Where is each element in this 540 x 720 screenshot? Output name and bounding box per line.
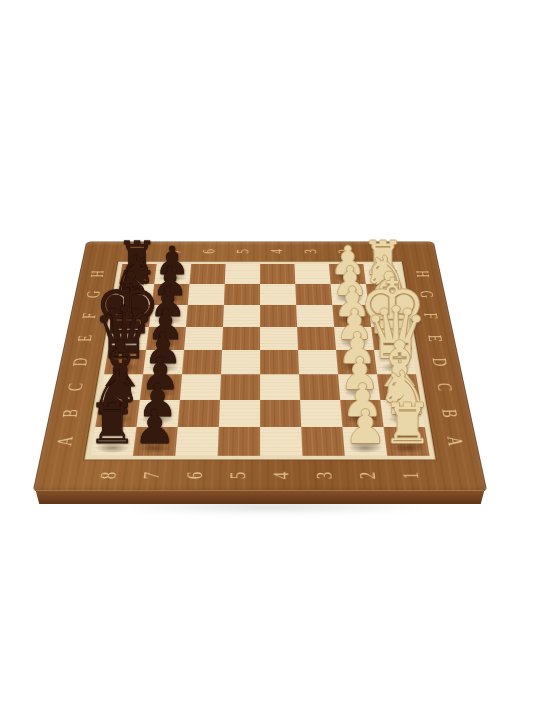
square-g1[interactable] (366, 284, 405, 305)
square-e2[interactable] (334, 327, 374, 350)
rank-label-far-4: 4 (267, 246, 287, 257)
file-label-right-g: G (415, 288, 438, 300)
square-e6[interactable] (184, 327, 223, 350)
square-d3[interactable] (298, 350, 338, 374)
square-d1[interactable] (374, 350, 416, 374)
square-e3[interactable] (297, 327, 336, 350)
chessboard: HGFEDCBAHGFEDCBA8765432187654321 (33, 242, 488, 492)
square-a1[interactable] (384, 427, 430, 456)
square-f2[interactable] (332, 305, 371, 327)
rank-label-near-8: 8 (95, 467, 123, 485)
file-label-right-c: C (431, 380, 457, 395)
square-h4[interactable] (260, 264, 295, 284)
square-h2[interactable] (329, 264, 366, 284)
square-h5[interactable] (225, 264, 260, 284)
square-c7[interactable] (140, 374, 182, 400)
square-f1[interactable] (368, 305, 408, 327)
square-f3[interactable] (296, 305, 334, 327)
rank-label-far-8: 8 (131, 246, 152, 257)
square-f8[interactable] (112, 305, 152, 327)
file-label-left-f: F (78, 309, 102, 322)
rank-label-near-2: 2 (355, 467, 382, 485)
square-f7[interactable] (149, 305, 188, 327)
file-label-right-d: D (427, 355, 452, 369)
file-label-right-h: H (411, 268, 433, 280)
rank-label-near-4: 4 (269, 467, 294, 485)
rank-label-far-2: 2 (334, 246, 355, 257)
square-f5[interactable] (223, 305, 260, 327)
square-c8[interactable] (100, 374, 143, 400)
square-h6[interactable] (189, 264, 225, 284)
square-c3[interactable] (299, 374, 340, 400)
square-b5[interactable] (219, 400, 260, 427)
file-label-left-c: C (63, 380, 89, 395)
square-d2[interactable] (336, 350, 377, 374)
file-label-left-h: H (86, 268, 108, 280)
square-g7[interactable] (152, 284, 190, 305)
square-b2[interactable] (340, 400, 383, 427)
chess-set-photo: HGFEDCBAHGFEDCBA8765432187654321 ♜♟♟♜♞♟♟… (0, 0, 540, 720)
square-b3[interactable] (300, 400, 342, 427)
square-e1[interactable] (371, 327, 412, 350)
square-g4[interactable] (260, 284, 296, 305)
chessboard-scene: HGFEDCBAHGFEDCBA8765432187654321 (0, 0, 540, 720)
file-label-left-b: B (57, 406, 84, 422)
file-label-right-e: E (423, 332, 447, 345)
square-d5[interactable] (221, 350, 260, 374)
square-c4[interactable] (260, 374, 300, 400)
rank-label-far-6: 6 (199, 246, 219, 257)
square-h3[interactable] (294, 264, 330, 284)
board-side-edge (31, 490, 489, 504)
file-label-left-g: G (82, 288, 105, 300)
rank-label-near-3: 3 (312, 467, 338, 485)
file-label-right-f: F (419, 309, 443, 322)
square-a7[interactable] (133, 427, 178, 456)
square-d6[interactable] (182, 350, 222, 374)
square-f4[interactable] (260, 305, 297, 327)
square-g5[interactable] (224, 284, 260, 305)
square-g6[interactable] (188, 284, 225, 305)
file-label-left-d: D (68, 355, 93, 369)
square-b7[interactable] (136, 400, 179, 427)
square-g8[interactable] (115, 284, 154, 305)
square-b8[interactable] (95, 400, 140, 427)
rank-label-far-1: 1 (368, 246, 389, 257)
square-g3[interactable] (295, 284, 332, 305)
square-c6[interactable] (180, 374, 221, 400)
rank-label-far-5: 5 (233, 246, 253, 257)
square-g2[interactable] (331, 284, 369, 305)
square-d8[interactable] (104, 350, 146, 374)
square-c2[interactable] (338, 374, 380, 400)
square-c1[interactable] (377, 374, 420, 400)
square-e4[interactable] (260, 327, 298, 350)
file-label-left-a: A (52, 433, 79, 450)
square-e8[interactable] (108, 327, 149, 350)
file-label-left-e: E (73, 332, 97, 345)
rank-label-far-3: 3 (301, 246, 321, 257)
file-label-right-b: B (436, 406, 463, 422)
square-a6[interactable] (175, 427, 219, 456)
square-e7[interactable] (146, 327, 186, 350)
square-a3[interactable] (301, 427, 345, 456)
square-h8[interactable] (119, 264, 157, 284)
rank-label-near-5: 5 (226, 467, 251, 485)
square-h7[interactable] (154, 264, 191, 284)
square-a4[interactable] (260, 427, 302, 456)
square-h1[interactable] (363, 264, 401, 284)
square-e5[interactable] (222, 327, 260, 350)
board-squares (90, 264, 429, 456)
square-d4[interactable] (260, 350, 299, 374)
square-c5[interactable] (220, 374, 260, 400)
rank-label-far-7: 7 (165, 246, 186, 257)
square-a5[interactable] (218, 427, 260, 456)
square-d7[interactable] (143, 350, 184, 374)
square-f6[interactable] (186, 305, 224, 327)
square-b6[interactable] (178, 400, 220, 427)
rank-label-near-6: 6 (182, 467, 208, 485)
square-b1[interactable] (380, 400, 425, 427)
rank-label-near-7: 7 (138, 467, 165, 485)
file-label-right-a: A (441, 433, 468, 450)
square-a2[interactable] (342, 427, 387, 456)
square-b4[interactable] (260, 400, 301, 427)
square-a8[interactable] (90, 427, 136, 456)
rank-label-near-1: 1 (398, 467, 426, 485)
